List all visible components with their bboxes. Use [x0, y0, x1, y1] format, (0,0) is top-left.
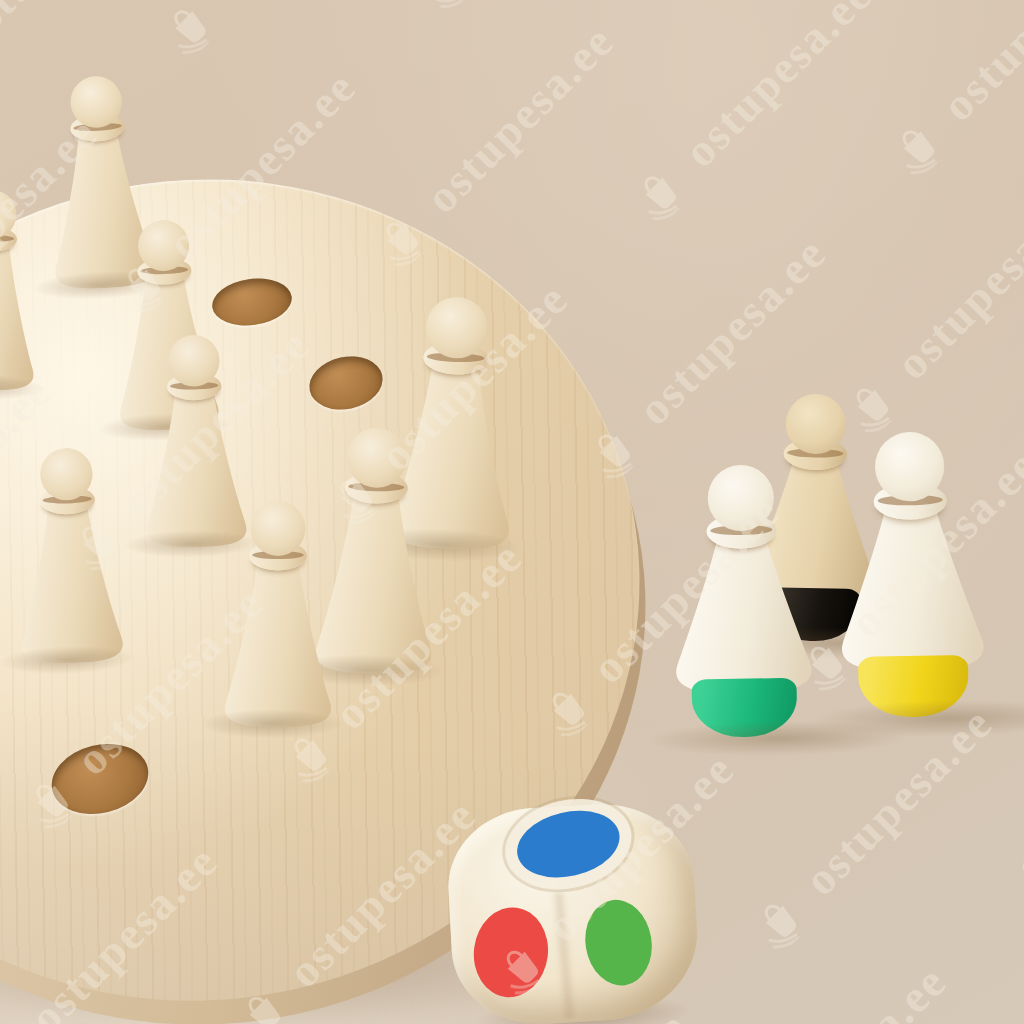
pawn-cone-body	[220, 566, 336, 727]
pawn-cone-body	[837, 512, 986, 673]
watermark-text: ostupesa.ee	[931, 0, 1024, 131]
watermark-item: ostupesa.ee	[696, 954, 957, 1024]
watermark-text: ostupesa.ee	[0, 0, 154, 57]
watermark-text: ostupesa.ee	[203, 0, 412, 11]
watermark-item: ostupesa.ee	[151, 0, 412, 62]
pawn-head	[0, 189, 17, 239]
product-photo-scene: ostupesa.eeostupesa.eeostupesa.eeostupes…	[0, 0, 1024, 1024]
pawn-cone-body	[12, 508, 128, 665]
wooden-pawn[interactable]	[0, 445, 150, 665]
pawn-cone-body	[672, 542, 815, 696]
watermark-item: ostupesa.ee	[409, 0, 670, 16]
watermark-text: ostupesa.ee	[415, 14, 624, 223]
wooden-pawn-colored-base[interactable]	[643, 463, 842, 738]
wooden-pawn[interactable]	[197, 501, 358, 727]
watermark-item: ostupesa.ee	[954, 908, 1024, 1024]
pawn-head	[251, 501, 306, 556]
watermark-item: ostupesa.ee	[880, 0, 1024, 182]
pawn-base-yellow	[858, 655, 969, 718]
watermark-text: ostupesa.ee	[747, 954, 956, 1024]
watermark-item: ostupesa.ee	[622, 0, 883, 228]
pawn-base-green	[692, 678, 798, 738]
color-die[interactable]	[445, 800, 702, 1024]
watermark-text: ostupesa.ee	[673, 0, 882, 177]
pawn-cone-body	[0, 245, 42, 391]
wooden-pawn[interactable]	[0, 188, 64, 393]
watermark-text: ostupesa.ee	[885, 180, 1024, 389]
watermark-text: ostupesa.ee	[1005, 908, 1024, 1024]
